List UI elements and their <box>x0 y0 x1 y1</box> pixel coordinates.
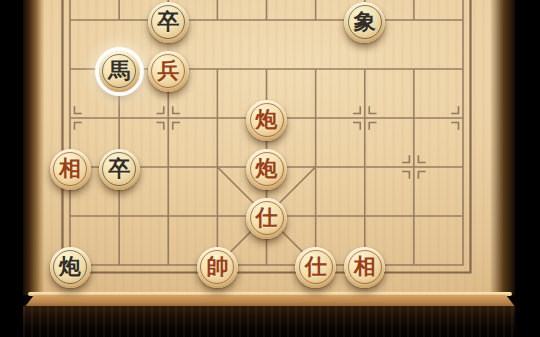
piece-glyph-red: 兵 <box>157 59 179 81</box>
piece-glyph-black: 象 <box>354 10 376 32</box>
red-advisor-a[interactable]: 仕 <box>246 198 287 239</box>
piece-glyph-red: 仕 <box>256 206 278 228</box>
piece-glyph-red: 相 <box>59 157 81 179</box>
piece-glyph-red: 炮 <box>256 157 278 179</box>
black-cannon[interactable]: 炮 <box>50 247 91 288</box>
table-wood-grain <box>23 306 515 337</box>
black-pawn-a[interactable]: 卒 <box>148 2 189 43</box>
piece-glyph-black: 炮 <box>59 255 81 277</box>
table-background <box>23 306 515 337</box>
board-left-edge-shadow <box>23 0 44 295</box>
red-cannon-b[interactable]: 炮 <box>246 149 287 190</box>
red-soldier[interactable]: 兵 <box>148 51 189 92</box>
piece-glyph-red: 帥 <box>206 255 228 277</box>
letterbox-bar-right <box>515 0 540 337</box>
piece-glyph-black: 卒 <box>108 157 130 179</box>
black-pawn-b[interactable]: 卒 <box>99 149 140 190</box>
red-general[interactable]: 帥 <box>197 247 238 288</box>
black-horse[interactable]: 馬 <box>99 51 140 92</box>
screenshot-root: 卒象馬兵炮相卒炮仕炮帥仕相 <box>0 0 540 337</box>
red-cannon-a[interactable]: 炮 <box>246 100 287 141</box>
piece-glyph-black: 馬 <box>108 59 130 81</box>
piece-glyph-black: 卒 <box>157 10 179 32</box>
piece-glyph-red: 相 <box>354 255 376 277</box>
letterbox-bar-left <box>0 0 23 337</box>
black-elephant[interactable]: 象 <box>344 2 385 43</box>
red-advisor-b[interactable]: 仕 <box>295 247 336 288</box>
red-elephant-a[interactable]: 相 <box>50 149 91 190</box>
piece-glyph-red: 炮 <box>256 108 278 130</box>
red-elephant-b[interactable]: 相 <box>344 247 385 288</box>
board-right-edge-shadow <box>490 0 515 295</box>
xiangqi-board[interactable] <box>23 0 515 295</box>
wood-grain-texture <box>23 0 515 295</box>
piece-glyph-red: 仕 <box>305 255 327 277</box>
